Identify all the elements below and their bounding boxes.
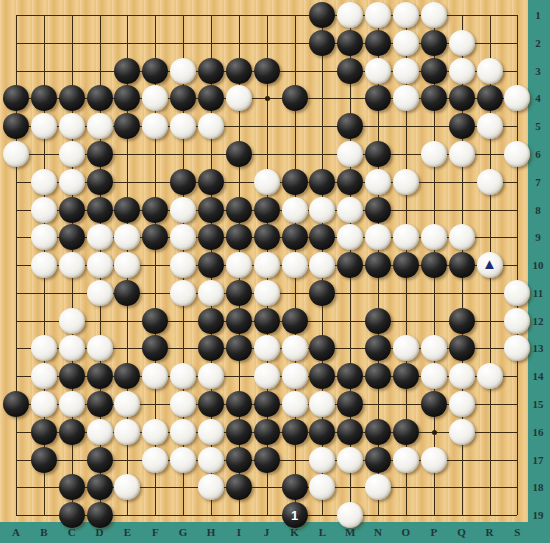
white-stone-J10[interactable] bbox=[254, 252, 280, 278]
black-stone-A5[interactable] bbox=[3, 113, 29, 139]
black-stone-J8[interactable] bbox=[254, 197, 280, 223]
black-stone-N8[interactable] bbox=[365, 197, 391, 223]
white-stone-G14[interactable] bbox=[170, 363, 196, 389]
black-stone-N10[interactable] bbox=[365, 252, 391, 278]
black-stone-N16[interactable] bbox=[365, 419, 391, 445]
white-stone-D9[interactable] bbox=[87, 224, 113, 250]
white-stone-Q6[interactable] bbox=[449, 141, 475, 167]
white-stone-I4[interactable] bbox=[226, 85, 252, 111]
column-label-A: A bbox=[8, 527, 24, 538]
black-stone-Q10[interactable] bbox=[449, 252, 475, 278]
column-label-E: E bbox=[119, 527, 135, 538]
black-stone-E11[interactable] bbox=[114, 280, 140, 306]
black-stone-F3[interactable] bbox=[142, 58, 168, 84]
column-label-O: O bbox=[398, 527, 414, 538]
black-stone-L7[interactable] bbox=[309, 169, 335, 195]
black-stone-I18[interactable] bbox=[226, 474, 252, 500]
black-stone-N6[interactable] bbox=[365, 141, 391, 167]
white-stone-E16[interactable] bbox=[114, 419, 140, 445]
black-stone-J9[interactable] bbox=[254, 224, 280, 250]
black-stone-C14[interactable] bbox=[59, 363, 85, 389]
black-stone-A15[interactable] bbox=[3, 391, 29, 417]
black-stone-I11[interactable] bbox=[226, 280, 252, 306]
white-stone-C5[interactable] bbox=[59, 113, 85, 139]
white-stone-J11[interactable] bbox=[254, 280, 280, 306]
black-stone-H3[interactable] bbox=[198, 58, 224, 84]
white-stone-M8[interactable] bbox=[337, 197, 363, 223]
black-stone-E8[interactable] bbox=[114, 197, 140, 223]
row-label-1: 1 bbox=[528, 10, 548, 21]
black-stone-I9[interactable] bbox=[226, 224, 252, 250]
white-stone-C12[interactable] bbox=[59, 308, 85, 334]
black-stone-O16[interactable] bbox=[393, 419, 419, 445]
black-stone-C9[interactable] bbox=[59, 224, 85, 250]
white-stone-F17[interactable] bbox=[142, 447, 168, 473]
black-stone-N14[interactable] bbox=[365, 363, 391, 389]
black-stone-I8[interactable] bbox=[226, 197, 252, 223]
row-label-16: 16 bbox=[528, 427, 548, 438]
black-stone-J17[interactable] bbox=[254, 447, 280, 473]
black-stone-K4[interactable] bbox=[282, 85, 308, 111]
white-stone-Q16[interactable] bbox=[449, 419, 475, 445]
column-label-S: S bbox=[509, 527, 525, 538]
white-stone-S6[interactable] bbox=[504, 141, 530, 167]
black-stone-C16[interactable] bbox=[59, 419, 85, 445]
black-stone-D7[interactable] bbox=[87, 169, 113, 195]
black-stone-B17[interactable] bbox=[31, 447, 57, 473]
white-stone-R3[interactable] bbox=[477, 58, 503, 84]
hoshi-star-point bbox=[432, 430, 437, 435]
white-stone-C10[interactable] bbox=[59, 252, 85, 278]
black-stone-H10[interactable] bbox=[198, 252, 224, 278]
black-stone-G7[interactable] bbox=[170, 169, 196, 195]
white-stone-G17[interactable] bbox=[170, 447, 196, 473]
row-label-5: 5 bbox=[528, 121, 548, 132]
white-stone-K10[interactable] bbox=[282, 252, 308, 278]
white-stone-P9[interactable] bbox=[421, 224, 447, 250]
column-label-R: R bbox=[482, 527, 498, 538]
black-stone-K19[interactable]: 1 bbox=[282, 502, 308, 528]
black-stone-K12[interactable] bbox=[282, 308, 308, 334]
black-stone-I16[interactable] bbox=[226, 419, 252, 445]
white-stone-C13[interactable] bbox=[59, 335, 85, 361]
row-label-15: 15 bbox=[528, 399, 548, 410]
white-stone-R7[interactable] bbox=[477, 169, 503, 195]
black-stone-Q5[interactable] bbox=[449, 113, 475, 139]
black-stone-M2[interactable] bbox=[337, 30, 363, 56]
black-stone-Q13[interactable] bbox=[449, 335, 475, 361]
black-stone-L16[interactable] bbox=[309, 419, 335, 445]
white-stone-M6[interactable] bbox=[337, 141, 363, 167]
white-stone-C15[interactable] bbox=[59, 391, 85, 417]
black-stone-M7[interactable] bbox=[337, 169, 363, 195]
black-stone-C18[interactable] bbox=[59, 474, 85, 500]
white-stone-P1[interactable] bbox=[421, 2, 447, 28]
white-stone-H5[interactable] bbox=[198, 113, 224, 139]
white-stone-M1[interactable] bbox=[337, 2, 363, 28]
white-stone-B9[interactable] bbox=[31, 224, 57, 250]
white-stone-P17[interactable] bbox=[421, 447, 447, 473]
white-stone-B8[interactable] bbox=[31, 197, 57, 223]
white-stone-R10[interactable]: ▲ bbox=[477, 252, 503, 278]
white-stone-F16[interactable] bbox=[142, 419, 168, 445]
white-stone-Q15[interactable] bbox=[449, 391, 475, 417]
white-stone-N1[interactable] bbox=[365, 2, 391, 28]
column-label-C: C bbox=[64, 527, 80, 538]
black-stone-I13[interactable] bbox=[226, 335, 252, 361]
white-stone-B15[interactable] bbox=[31, 391, 57, 417]
white-stone-H11[interactable] bbox=[198, 280, 224, 306]
black-stone-C4[interactable] bbox=[59, 85, 85, 111]
row-label-17: 17 bbox=[528, 455, 548, 466]
white-stone-R14[interactable] bbox=[477, 363, 503, 389]
black-stone-I15[interactable] bbox=[226, 391, 252, 417]
white-stone-O4[interactable] bbox=[393, 85, 419, 111]
white-stone-H17[interactable] bbox=[198, 447, 224, 473]
black-stone-Q4[interactable] bbox=[449, 85, 475, 111]
column-label-G: G bbox=[175, 527, 191, 538]
black-stone-F8[interactable] bbox=[142, 197, 168, 223]
black-stone-J3[interactable] bbox=[254, 58, 280, 84]
white-stone-O7[interactable] bbox=[393, 169, 419, 195]
white-stone-G10[interactable] bbox=[170, 252, 196, 278]
black-stone-N2[interactable] bbox=[365, 30, 391, 56]
black-stone-D15[interactable] bbox=[87, 391, 113, 417]
black-stone-H7[interactable] bbox=[198, 169, 224, 195]
column-label-J: J bbox=[259, 527, 275, 538]
black-stone-N12[interactable] bbox=[365, 308, 391, 334]
white-stone-G15[interactable] bbox=[170, 391, 196, 417]
black-stone-D8[interactable] bbox=[87, 197, 113, 223]
black-stone-P4[interactable] bbox=[421, 85, 447, 111]
white-stone-K15[interactable] bbox=[282, 391, 308, 417]
row-label-12: 12 bbox=[528, 316, 548, 327]
black-stone-I12[interactable] bbox=[226, 308, 252, 334]
column-label-K: K bbox=[287, 527, 303, 538]
white-stone-L8[interactable] bbox=[309, 197, 335, 223]
row-label-7: 7 bbox=[528, 177, 548, 188]
move-number-label: 1 bbox=[291, 508, 298, 523]
black-stone-R4[interactable] bbox=[477, 85, 503, 111]
black-stone-K18[interactable] bbox=[282, 474, 308, 500]
white-stone-G5[interactable] bbox=[170, 113, 196, 139]
row-label-18: 18 bbox=[528, 482, 548, 493]
white-stone-P14[interactable] bbox=[421, 363, 447, 389]
black-stone-K16[interactable] bbox=[282, 419, 308, 445]
row-label-4: 4 bbox=[528, 93, 548, 104]
black-stone-E3[interactable] bbox=[114, 58, 140, 84]
column-label-F: F bbox=[147, 527, 163, 538]
black-stone-J16[interactable] bbox=[254, 419, 280, 445]
row-label-2: 2 bbox=[528, 38, 548, 49]
row-label-19: 19 bbox=[528, 510, 548, 521]
white-stone-G8[interactable] bbox=[170, 197, 196, 223]
black-stone-I6[interactable] bbox=[226, 141, 252, 167]
white-stone-K8[interactable] bbox=[282, 197, 308, 223]
column-label-N: N bbox=[370, 527, 386, 538]
black-stone-H9[interactable] bbox=[198, 224, 224, 250]
white-stone-D13[interactable] bbox=[87, 335, 113, 361]
white-stone-C6[interactable] bbox=[59, 141, 85, 167]
black-stone-O14[interactable] bbox=[393, 363, 419, 389]
white-stone-J13[interactable] bbox=[254, 335, 280, 361]
white-stone-O2[interactable] bbox=[393, 30, 419, 56]
triangle-marker: ▲ bbox=[482, 257, 497, 272]
white-stone-N3[interactable] bbox=[365, 58, 391, 84]
white-stone-G11[interactable] bbox=[170, 280, 196, 306]
black-stone-P2[interactable] bbox=[421, 30, 447, 56]
white-stone-D5[interactable] bbox=[87, 113, 113, 139]
white-stone-A6[interactable] bbox=[3, 141, 29, 167]
column-label-I: I bbox=[231, 527, 247, 538]
black-stone-D6[interactable] bbox=[87, 141, 113, 167]
row-label-10: 10 bbox=[528, 260, 548, 271]
white-stone-H14[interactable] bbox=[198, 363, 224, 389]
black-stone-I17[interactable] bbox=[226, 447, 252, 473]
white-stone-M17[interactable] bbox=[337, 447, 363, 473]
white-stone-L17[interactable] bbox=[309, 447, 335, 473]
white-stone-K13[interactable] bbox=[282, 335, 308, 361]
black-stone-K7[interactable] bbox=[282, 169, 308, 195]
white-stone-P13[interactable] bbox=[421, 335, 447, 361]
white-stone-P6[interactable] bbox=[421, 141, 447, 167]
column-label-Q: Q bbox=[454, 527, 470, 538]
black-stone-D18[interactable] bbox=[87, 474, 113, 500]
white-stone-H16[interactable] bbox=[198, 419, 224, 445]
column-label-L: L bbox=[314, 527, 330, 538]
white-stone-J7[interactable] bbox=[254, 169, 280, 195]
white-stone-N7[interactable] bbox=[365, 169, 391, 195]
column-label-H: H bbox=[203, 527, 219, 538]
white-stone-C7[interactable] bbox=[59, 169, 85, 195]
white-stone-R5[interactable] bbox=[477, 113, 503, 139]
black-stone-J12[interactable] bbox=[254, 308, 280, 334]
row-label-3: 3 bbox=[528, 66, 548, 77]
white-stone-J14[interactable] bbox=[254, 363, 280, 389]
white-stone-B7[interactable] bbox=[31, 169, 57, 195]
row-label-13: 13 bbox=[528, 343, 548, 354]
black-stone-M16[interactable] bbox=[337, 419, 363, 445]
row-label-6: 6 bbox=[528, 149, 548, 160]
white-stone-K14[interactable] bbox=[282, 363, 308, 389]
black-stone-P3[interactable] bbox=[421, 58, 447, 84]
black-stone-O10[interactable] bbox=[393, 252, 419, 278]
black-stone-D17[interactable] bbox=[87, 447, 113, 473]
black-stone-H8[interactable] bbox=[198, 197, 224, 223]
white-stone-O17[interactable] bbox=[393, 447, 419, 473]
column-label-D: D bbox=[92, 527, 108, 538]
black-stone-L11[interactable] bbox=[309, 280, 335, 306]
black-stone-B4[interactable] bbox=[31, 85, 57, 111]
black-stone-C8[interactable] bbox=[59, 197, 85, 223]
white-stone-D10[interactable] bbox=[87, 252, 113, 278]
row-label-9: 9 bbox=[528, 232, 548, 243]
white-stone-G3[interactable] bbox=[170, 58, 196, 84]
black-stone-M3[interactable] bbox=[337, 58, 363, 84]
row-label-8: 8 bbox=[528, 205, 548, 216]
white-stone-Q2[interactable] bbox=[449, 30, 475, 56]
black-stone-H15[interactable] bbox=[198, 391, 224, 417]
white-stone-D11[interactable] bbox=[87, 280, 113, 306]
white-stone-Q3[interactable] bbox=[449, 58, 475, 84]
black-stone-C19[interactable] bbox=[59, 502, 85, 528]
white-stone-Q14[interactable] bbox=[449, 363, 475, 389]
white-stone-S12[interactable] bbox=[504, 308, 530, 334]
black-stone-D19[interactable] bbox=[87, 502, 113, 528]
black-stone-F12[interactable] bbox=[142, 308, 168, 334]
black-stone-M10[interactable] bbox=[337, 252, 363, 278]
black-stone-Q12[interactable] bbox=[449, 308, 475, 334]
white-stone-I10[interactable] bbox=[226, 252, 252, 278]
black-stone-D14[interactable] bbox=[87, 363, 113, 389]
black-stone-K9[interactable] bbox=[282, 224, 308, 250]
white-stone-B14[interactable] bbox=[31, 363, 57, 389]
column-label-P: P bbox=[426, 527, 442, 538]
white-stone-G16[interactable] bbox=[170, 419, 196, 445]
column-label-B: B bbox=[36, 527, 52, 538]
white-stone-Q9[interactable] bbox=[449, 224, 475, 250]
black-stone-I3[interactable] bbox=[226, 58, 252, 84]
white-stone-S11[interactable] bbox=[504, 280, 530, 306]
column-label-M: M bbox=[342, 527, 358, 538]
white-stone-M19[interactable] bbox=[337, 502, 363, 528]
black-stone-N17[interactable] bbox=[365, 447, 391, 473]
black-stone-H12[interactable] bbox=[198, 308, 224, 334]
black-stone-D4[interactable] bbox=[87, 85, 113, 111]
go-board-screenshot: ▲1ABCDEFGHIJKLMNOPQRS1234567891011121314… bbox=[0, 0, 550, 543]
white-stone-B10[interactable] bbox=[31, 252, 57, 278]
row-label-11: 11 bbox=[528, 288, 548, 299]
white-stone-D16[interactable] bbox=[87, 419, 113, 445]
white-stone-O1[interactable] bbox=[393, 2, 419, 28]
black-stone-B16[interactable] bbox=[31, 419, 57, 445]
black-stone-P10[interactable] bbox=[421, 252, 447, 278]
black-stone-P15[interactable] bbox=[421, 391, 447, 417]
black-stone-J15[interactable] bbox=[254, 391, 280, 417]
white-stone-O9[interactable] bbox=[393, 224, 419, 250]
white-stone-O3[interactable] bbox=[393, 58, 419, 84]
black-stone-M15[interactable] bbox=[337, 391, 363, 417]
white-stone-B5[interactable] bbox=[31, 113, 57, 139]
black-stone-L2[interactable] bbox=[309, 30, 335, 56]
row-label-14: 14 bbox=[528, 371, 548, 382]
